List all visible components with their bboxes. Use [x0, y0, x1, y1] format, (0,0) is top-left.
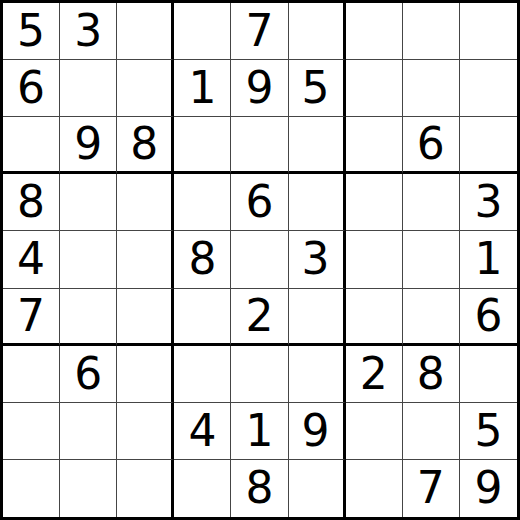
cell-r2c3[interactable] [117, 60, 174, 117]
cell-r9c7[interactable] [346, 460, 403, 517]
cell-r2c2[interactable] [60, 60, 117, 117]
cell-r7c5[interactable] [231, 346, 288, 403]
cell-r8c8[interactable] [403, 403, 460, 460]
cell-r7c2: 6 [60, 346, 117, 403]
cell-r3c7[interactable] [346, 117, 403, 174]
cell-r4c3[interactable] [117, 174, 174, 231]
cell-r3c4[interactable] [174, 117, 231, 174]
cell-r8c7[interactable] [346, 403, 403, 460]
cell-r5c8[interactable] [403, 231, 460, 288]
cell-r3c1[interactable] [3, 117, 60, 174]
cell-r8c2[interactable] [60, 403, 117, 460]
cell-r7c8: 8 [403, 346, 460, 403]
cell-r4c9: 3 [460, 174, 517, 231]
cell-r4c5: 6 [231, 174, 288, 231]
cell-r8c1[interactable] [3, 403, 60, 460]
cell-r4c2[interactable] [60, 174, 117, 231]
cell-r1c7[interactable] [346, 3, 403, 60]
cell-r8c3[interactable] [117, 403, 174, 460]
cell-r6c6[interactable] [289, 289, 346, 346]
cell-r9c6[interactable] [289, 460, 346, 517]
cell-r2c4: 1 [174, 60, 231, 117]
cell-r9c9: 9 [460, 460, 517, 517]
cell-r4c8[interactable] [403, 174, 460, 231]
cell-r3c2: 9 [60, 117, 117, 174]
cell-r7c9[interactable] [460, 346, 517, 403]
cell-r1c9[interactable] [460, 3, 517, 60]
cell-r1c3[interactable] [117, 3, 174, 60]
cell-r9c1[interactable] [3, 460, 60, 517]
cell-r5c7[interactable] [346, 231, 403, 288]
cell-r1c5: 7 [231, 3, 288, 60]
cell-r2c1: 6 [3, 60, 60, 117]
cell-r8c9: 5 [460, 403, 517, 460]
cell-r2c8[interactable] [403, 60, 460, 117]
cell-r4c6[interactable] [289, 174, 346, 231]
cell-r2c9[interactable] [460, 60, 517, 117]
cell-r5c5[interactable] [231, 231, 288, 288]
cell-r1c6[interactable] [289, 3, 346, 60]
cell-r5c3[interactable] [117, 231, 174, 288]
cell-r9c2[interactable] [60, 460, 117, 517]
cell-r9c4[interactable] [174, 460, 231, 517]
cell-r1c2: 3 [60, 3, 117, 60]
cell-r2c5: 9 [231, 60, 288, 117]
sudoku-board: 5 3 7 6 1 9 5 9 8 6 8 6 3 4 8 3 1 7 2 6 [0, 0, 520, 520]
cell-r5c9: 1 [460, 231, 517, 288]
cell-r5c4: 8 [174, 231, 231, 288]
cell-r7c1[interactable] [3, 346, 60, 403]
cell-r6c2[interactable] [60, 289, 117, 346]
cell-r6c5: 2 [231, 289, 288, 346]
cell-r8c6: 9 [289, 403, 346, 460]
cell-r6c8[interactable] [403, 289, 460, 346]
cell-r5c1: 4 [3, 231, 60, 288]
cell-r4c4[interactable] [174, 174, 231, 231]
cell-r7c3[interactable] [117, 346, 174, 403]
cell-r9c3[interactable] [117, 460, 174, 517]
cell-r8c4: 4 [174, 403, 231, 460]
cell-r3c8: 6 [403, 117, 460, 174]
cell-r1c8[interactable] [403, 3, 460, 60]
cell-r3c6[interactable] [289, 117, 346, 174]
cell-r7c6[interactable] [289, 346, 346, 403]
cell-r6c9: 6 [460, 289, 517, 346]
cell-r5c2[interactable] [60, 231, 117, 288]
cell-r3c3: 8 [117, 117, 174, 174]
cell-r7c4[interactable] [174, 346, 231, 403]
cell-r3c9[interactable] [460, 117, 517, 174]
cell-r6c1: 7 [3, 289, 60, 346]
cell-r4c1: 8 [3, 174, 60, 231]
cell-r1c4[interactable] [174, 3, 231, 60]
cell-r5c6: 3 [289, 231, 346, 288]
cell-r9c8: 7 [403, 460, 460, 517]
cell-r3c5[interactable] [231, 117, 288, 174]
cell-r6c3[interactable] [117, 289, 174, 346]
cell-r6c7[interactable] [346, 289, 403, 346]
cell-r7c7: 2 [346, 346, 403, 403]
cell-r1c1: 5 [3, 3, 60, 60]
cell-r2c6: 5 [289, 60, 346, 117]
cell-r2c7[interactable] [346, 60, 403, 117]
cell-r6c4[interactable] [174, 289, 231, 346]
cell-r8c5: 1 [231, 403, 288, 460]
cell-r9c5: 8 [231, 460, 288, 517]
cell-r4c7[interactable] [346, 174, 403, 231]
